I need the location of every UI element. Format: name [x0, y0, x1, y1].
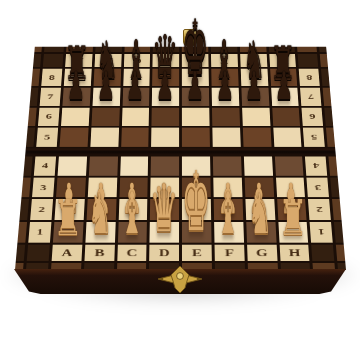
- coordinate-label: 1: [309, 222, 332, 243]
- coordinate-label: 5: [36, 128, 58, 147]
- coordinate-text: 3: [39, 182, 46, 192]
- dark-pawn-glyph: ♟: [186, 68, 204, 107]
- coordinate-text: 2: [38, 204, 45, 214]
- coordinate-label: 2: [30, 199, 53, 219]
- coordinate-text: 1: [317, 227, 324, 238]
- light-knight-glyph: ♞: [87, 186, 111, 242]
- frame-trim-cell: [336, 245, 345, 261]
- square-d6[interactable]: [151, 108, 179, 126]
- brass-clasp-icon: [154, 264, 206, 295]
- chess-set-photo: ABCDEFGH8877665544332211ABCDEFGH ♜♞♝♛♚♝♞…: [0, 0, 360, 360]
- square-d5[interactable]: [151, 128, 179, 147]
- coordinate-label: 3: [32, 178, 55, 198]
- frame-trim-cell: [330, 178, 339, 198]
- coordinate-text: D: [158, 247, 169, 259]
- frame-trim-cell: [297, 47, 317, 52]
- dark-pawn-glyph: ♟: [126, 68, 144, 107]
- square-b6[interactable]: [91, 108, 119, 126]
- light-rook-glyph: ♜: [53, 193, 82, 242]
- square-a5[interactable]: [59, 128, 88, 147]
- coordinate-text: F: [224, 247, 233, 259]
- light-bishop-glyph: ♝: [217, 185, 239, 242]
- coordinate-text: A: [61, 247, 72, 259]
- square-g4[interactable]: [243, 156, 272, 175]
- coordinate-text: 7: [47, 92, 54, 101]
- coordinate-text: B: [94, 247, 104, 259]
- frame-trim-cell: [29, 88, 38, 106]
- coordinate-label: C: [116, 245, 146, 261]
- light-rook-glyph: ♜: [278, 193, 307, 242]
- coordinate-label: 2: [308, 199, 331, 219]
- coordinate-label: 5: [303, 128, 325, 147]
- light-knight-glyph: ♞: [248, 186, 272, 242]
- frame-trim-cell: [326, 128, 335, 147]
- coordinate-text: 3: [314, 182, 321, 192]
- dark-pawn-glyph: ♟: [67, 68, 85, 107]
- square-b5[interactable]: [90, 128, 118, 147]
- square-c5[interactable]: [120, 128, 148, 147]
- frame-trim-cell: [23, 156, 32, 175]
- frame-trim-cell: [31, 69, 40, 87]
- square-a4[interactable]: [57, 156, 86, 175]
- square-f4[interactable]: [212, 156, 241, 175]
- square-e6[interactable]: [182, 108, 210, 126]
- coordinate-label: 8: [299, 69, 320, 87]
- coordinate-text: 8: [306, 73, 313, 82]
- light-king-glyph: ♚: [182, 160, 211, 242]
- square-h6[interactable]: [271, 108, 299, 126]
- frame-trim-cell: [334, 222, 344, 243]
- coordinate-label: F: [214, 245, 244, 261]
- coordinate-label: 4: [305, 156, 327, 175]
- coordinate-text: 6: [309, 112, 316, 121]
- coordinate-label: 7: [300, 88, 321, 106]
- coordinate-label: D: [149, 245, 179, 261]
- frame-trim-cell: [25, 128, 34, 147]
- frame-trim-cell: [17, 222, 27, 243]
- coordinate-text: C: [126, 247, 137, 259]
- square-f5[interactable]: [212, 128, 240, 147]
- light-bishop-glyph: ♝: [121, 185, 143, 242]
- dark-pawn-glyph: ♟: [245, 68, 263, 107]
- square-c6[interactable]: [121, 108, 149, 126]
- square-b4[interactable]: [88, 156, 117, 175]
- coordinate-label: 7: [39, 88, 60, 106]
- coordinate-label: 3: [306, 178, 329, 198]
- square-g6[interactable]: [241, 108, 269, 126]
- dark-pawn-glyph: ♟: [275, 68, 293, 107]
- dark-pawn-glyph: ♟: [156, 68, 174, 107]
- frame-corner-cell: [297, 54, 318, 67]
- coordinate-text: 5: [310, 132, 317, 142]
- frame-trim-cell: [34, 47, 42, 52]
- coordinate-text: E: [191, 247, 201, 259]
- coordinate-text: H: [288, 247, 300, 259]
- frame-trim-cell: [328, 156, 337, 175]
- coordinate-text: 6: [45, 112, 52, 121]
- frame-trim-cell: [44, 47, 64, 52]
- coordinate-label: A: [51, 245, 82, 261]
- dark-pawn-glyph: ♟: [96, 68, 114, 107]
- frame-trim-cell: [19, 199, 29, 219]
- coordinate-label: 8: [41, 69, 62, 87]
- frame-trim-cell: [33, 54, 41, 67]
- coordinate-label: 1: [28, 222, 51, 243]
- frame-trim-cell: [15, 245, 24, 261]
- frame-trim-cell: [322, 88, 331, 106]
- dark-pawn-glyph: ♟: [215, 68, 233, 107]
- fold-seam: [25, 148, 336, 154]
- frame-trim-cell: [319, 47, 327, 52]
- frame-trim-cell: [332, 199, 342, 219]
- coordinate-label: 6: [301, 108, 323, 126]
- square-f6[interactable]: [211, 108, 239, 126]
- square-a6[interactable]: [61, 108, 89, 126]
- coordinate-label: 4: [33, 156, 55, 175]
- frame-trim-cell: [27, 108, 36, 126]
- coordinate-text: 4: [312, 161, 319, 171]
- square-g5[interactable]: [242, 128, 271, 147]
- frame-trim-cell: [324, 108, 333, 126]
- coordinate-label: 6: [37, 108, 59, 126]
- square-h4[interactable]: [274, 156, 303, 175]
- coordinate-text: 5: [43, 132, 50, 142]
- coordinate-text: 7: [307, 92, 314, 101]
- coordinate-text: 8: [48, 73, 55, 82]
- coordinate-text: G: [255, 247, 267, 259]
- light-queen-glyph: ♛: [150, 177, 178, 242]
- frame-corner-cell: [311, 245, 334, 261]
- square-c4[interactable]: [119, 156, 148, 175]
- frame-trim-cell: [320, 54, 328, 67]
- coordinate-text: 2: [316, 204, 323, 214]
- coordinate-label: H: [279, 245, 310, 261]
- square-h5[interactable]: [272, 128, 301, 147]
- coordinate-text: 1: [36, 227, 43, 238]
- frame-trim-cell: [21, 178, 30, 198]
- frame-corner-cell: [42, 54, 63, 67]
- frame-corner-cell: [26, 245, 49, 261]
- frame-trim-cell: [321, 69, 330, 87]
- square-e5[interactable]: [182, 128, 210, 147]
- coordinate-text: 4: [41, 161, 48, 171]
